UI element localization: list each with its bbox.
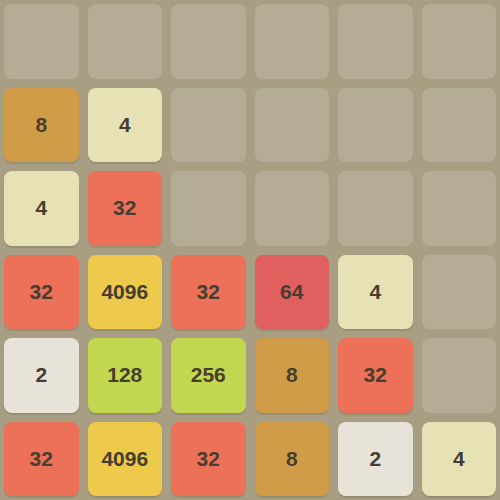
tile-r4c4-value-64: 64 bbox=[255, 255, 330, 330]
tile-r4c5-value-4: 4 bbox=[338, 255, 413, 330]
empty-cell-r2c5 bbox=[338, 88, 413, 163]
tile-r5c1-value-2: 2 bbox=[4, 338, 79, 413]
2048-board[interactable]: 8443232409632644212825683232409632824 bbox=[0, 0, 500, 500]
tile-r5c3-value-256: 256 bbox=[171, 338, 246, 413]
empty-cell-r1c2 bbox=[88, 4, 163, 79]
tile-r6c3-value-32: 32 bbox=[171, 422, 246, 497]
tile-r2c1-value-8: 8 bbox=[4, 88, 79, 163]
tile-r5c4-value-8: 8 bbox=[255, 338, 330, 413]
empty-cell-r1c4 bbox=[255, 4, 330, 79]
tile-r6c6-value-4: 4 bbox=[422, 422, 497, 497]
tile-r6c5-value-2: 2 bbox=[338, 422, 413, 497]
tile-r6c1-value-32: 32 bbox=[4, 422, 79, 497]
empty-cell-r4c6 bbox=[422, 255, 497, 330]
tile-r5c5-value-32: 32 bbox=[338, 338, 413, 413]
tile-r5c2-value-128: 128 bbox=[88, 338, 163, 413]
tile-r4c3-value-32: 32 bbox=[171, 255, 246, 330]
tile-r3c1-value-4: 4 bbox=[4, 171, 79, 246]
tile-r2c2-value-4: 4 bbox=[88, 88, 163, 163]
empty-cell-r2c6 bbox=[422, 88, 497, 163]
tile-r6c4-value-8: 8 bbox=[255, 422, 330, 497]
empty-cell-r1c3 bbox=[171, 4, 246, 79]
empty-cell-r1c1 bbox=[4, 4, 79, 79]
tile-r6c2-value-4096: 4096 bbox=[88, 422, 163, 497]
empty-cell-r3c3 bbox=[171, 171, 246, 246]
tile-r4c1-value-32: 32 bbox=[4, 255, 79, 330]
empty-cell-r3c5 bbox=[338, 171, 413, 246]
empty-cell-r3c4 bbox=[255, 171, 330, 246]
empty-cell-r2c3 bbox=[171, 88, 246, 163]
empty-cell-r2c4 bbox=[255, 88, 330, 163]
empty-cell-r3c6 bbox=[422, 171, 497, 246]
tile-r4c2-value-4096: 4096 bbox=[88, 255, 163, 330]
empty-cell-r1c6 bbox=[422, 4, 497, 79]
empty-cell-r1c5 bbox=[338, 4, 413, 79]
tile-r3c2-value-32: 32 bbox=[88, 171, 163, 246]
empty-cell-r5c6 bbox=[422, 338, 497, 413]
